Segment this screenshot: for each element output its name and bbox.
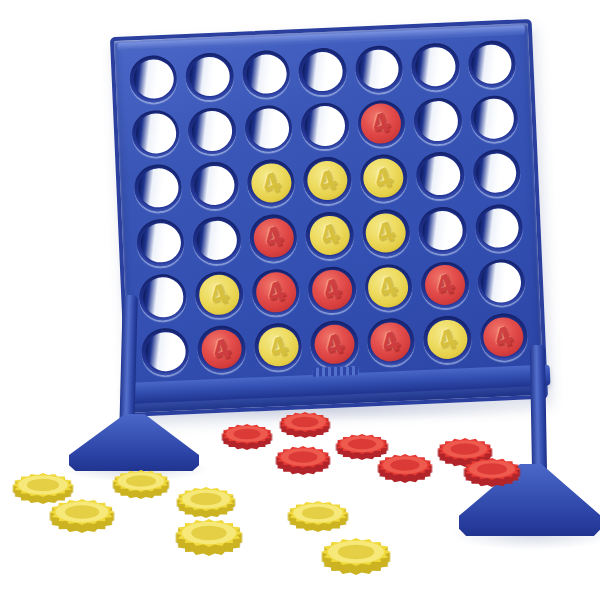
- loose-disc-red-2[interactable]: [276, 409, 334, 441]
- loose-disc-red-3[interactable]: [272, 443, 334, 478]
- loose-disc-yellow-6[interactable]: [284, 498, 352, 535]
- loose-disc-yellow-7[interactable]: [318, 535, 394, 578]
- loose-disc-yellow-3[interactable]: [109, 467, 173, 502]
- connect-four-scene: 444444444444444444: [0, 0, 600, 600]
- loose-disc-red-1[interactable]: [218, 421, 276, 453]
- loose-disc-red-7[interactable]: [460, 455, 524, 490]
- loose-disc-red-5[interactable]: [374, 451, 436, 486]
- loose-discs-layer: [0, 0, 600, 600]
- loose-disc-yellow-5[interactable]: [172, 516, 246, 559]
- loose-disc-yellow-2[interactable]: [46, 496, 118, 536]
